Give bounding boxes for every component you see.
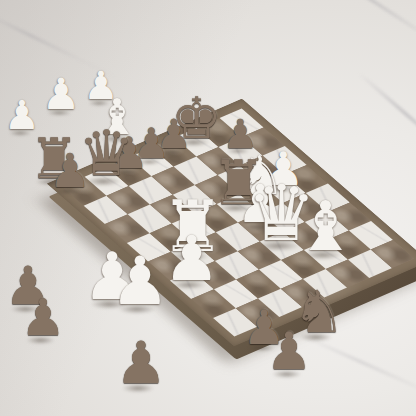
grey-pawn[interactable]: ♟ [266, 326, 312, 378]
grey-pawn[interactable]: ♟ [20, 293, 66, 344]
pieces-layer: ♛♟♟♟♚♟♜♞♟♜♟♛♟♝♜♟♟♟♟♟♟♝♟♟♟♟♞♟ [0, 0, 416, 416]
white-pawn[interactable]: ♟ [110, 248, 169, 314]
scene: ♛♟♟♟♚♟♜♞♟♜♟♛♟♝♜♟♟♟♟♟♟♝♟♟♟♟♞♟ [0, 0, 416, 416]
white-pawn[interactable]: ♟ [164, 227, 220, 289]
white-pawn[interactable]: ♟ [42, 73, 81, 116]
grey-pawn[interactable]: ♟ [115, 334, 167, 392]
white-bishop[interactable]: ♝ [295, 191, 357, 260]
grey-pawn[interactable]: ♟ [49, 148, 91, 195]
